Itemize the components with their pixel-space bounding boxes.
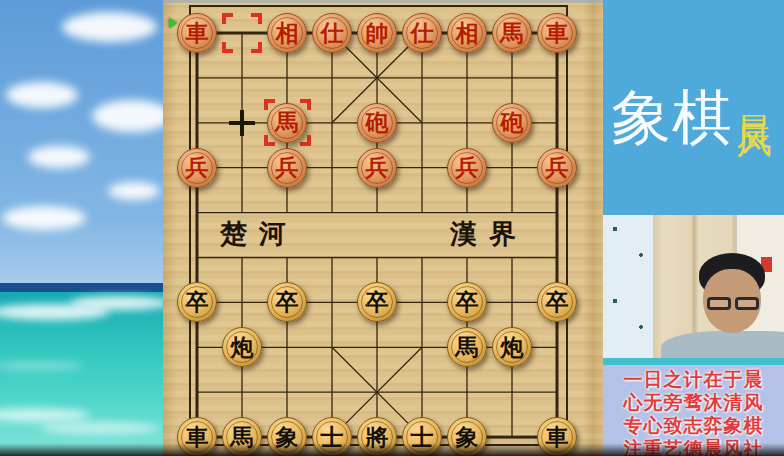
cloud: [108, 182, 160, 200]
channel-logo-block: 象棋 晨风: [603, 0, 784, 215]
wave-foam: [0, 408, 90, 422]
black-piece-士[interactable]: 士: [312, 417, 352, 456]
cloud: [2, 206, 86, 230]
cloud: [28, 146, 90, 168]
black-piece-車[interactable]: 車: [177, 417, 217, 456]
red-piece-兵[interactable]: 兵: [357, 148, 397, 188]
person-shirt: [661, 331, 784, 358]
slogan-top-strip: [603, 358, 784, 365]
red-piece-仕[interactable]: 仕: [312, 13, 352, 53]
red-piece-帥[interactable]: 帥: [357, 13, 397, 53]
river-label-right: 漢界: [450, 216, 528, 252]
black-piece-車[interactable]: 車: [537, 417, 577, 456]
red-piece-砲[interactable]: 砲: [357, 103, 397, 143]
turn-indicator: [169, 18, 177, 28]
red-piece-仕[interactable]: 仕: [402, 13, 442, 53]
river-label-left: 楚河: [220, 216, 298, 252]
wave-foam: [70, 296, 170, 310]
streamer-person: [691, 253, 784, 358]
red-piece-相[interactable]: 相: [447, 13, 487, 53]
logo-subtitle: 晨风: [729, 86, 778, 106]
slogan-line-3: 专心致志弈象棋: [603, 414, 784, 437]
red-piece-兵[interactable]: 兵: [177, 148, 217, 188]
black-piece-象[interactable]: 象: [267, 417, 307, 456]
red-piece-車[interactable]: 車: [177, 13, 217, 53]
wave-foam: [0, 362, 84, 370]
red-piece-砲[interactable]: 砲: [492, 103, 532, 143]
app-window: 楚河 漢界 車相仕帥仕相馬車馬砲砲兵兵兵兵兵卒卒卒卒卒炮馬炮車馬象士將士象車 象…: [0, 0, 784, 456]
person-glasses: [707, 297, 759, 310]
slogan-line-2: 心无旁骛沐清风: [603, 391, 784, 414]
red-piece-兵[interactable]: 兵: [537, 148, 577, 188]
black-piece-士[interactable]: 士: [402, 417, 442, 456]
black-piece-將[interactable]: 將: [357, 417, 397, 456]
wave-foam: [40, 422, 160, 434]
black-piece-象[interactable]: 象: [447, 417, 487, 456]
red-piece-馬[interactable]: 馬: [492, 13, 532, 53]
red-piece-兵[interactable]: 兵: [267, 148, 307, 188]
slogan-line-4: 注重艺德晨风社: [603, 437, 784, 456]
red-piece-車[interactable]: 車: [537, 13, 577, 53]
tree-wallpaper: [603, 215, 658, 358]
black-piece-馬[interactable]: 馬: [222, 417, 262, 456]
board-top-edge: [163, 0, 603, 3]
webcam-view: [603, 215, 784, 358]
logo-title: 象棋: [611, 78, 733, 159]
cloud: [6, 82, 78, 108]
side-panel: 象棋 晨风 一日之计在于晨 心无旁骛沐清风 专心致志弈象棋 注重艺德晨风社: [603, 0, 784, 456]
xiangqi-board[interactable]: 楚河 漢界 車相仕帥仕相馬車馬砲砲兵兵兵兵兵卒卒卒卒卒炮馬炮車馬象士將士象車: [163, 0, 603, 456]
red-piece-馬[interactable]: 馬: [267, 103, 307, 143]
red-piece-相[interactable]: 相: [267, 13, 307, 53]
red-piece-兵[interactable]: 兵: [447, 148, 487, 188]
cloud: [62, 12, 157, 42]
slogan-line-1: 一日之计在于晨: [603, 368, 784, 391]
cloud: [92, 100, 172, 132]
slogan-block: 一日之计在于晨 心无旁骛沐清风 专心致志弈象棋 注重艺德晨风社: [603, 358, 784, 456]
